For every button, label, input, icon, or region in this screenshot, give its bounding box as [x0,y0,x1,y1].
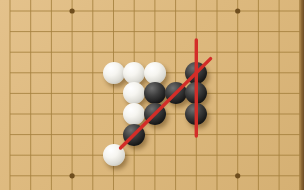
gomoku-board[interactable] [0,0,304,190]
board-right-edge [299,0,304,190]
annotation-layer [0,0,304,190]
